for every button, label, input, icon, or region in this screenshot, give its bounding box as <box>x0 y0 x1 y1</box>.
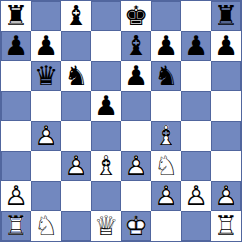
piece-black-pawn: ♟ <box>1 31 31 61</box>
square-h3[interactable] <box>211 151 241 181</box>
square-a7[interactable]: ♟ <box>1 31 31 61</box>
black-pawn-icon: ♟ <box>34 31 58 61</box>
square-h5[interactable] <box>211 91 241 121</box>
black-pawn-icon: ♟ <box>124 61 148 91</box>
square-g7[interactable]: ♟ <box>181 31 211 61</box>
white-bishop-icon: ♗ <box>154 121 178 151</box>
square-d7[interactable] <box>91 31 121 61</box>
piece-black-knight: ♞ <box>61 61 91 91</box>
square-b7[interactable]: ♟ <box>31 31 61 61</box>
piece-white-pawn: ♟♙ <box>151 181 181 211</box>
piece-white-pawn: ♟♙ <box>61 151 91 181</box>
piece-white-pawn: ♟♙ <box>121 151 151 181</box>
piece-black-pawn: ♟ <box>211 31 241 61</box>
square-d3[interactable]: ♝♗ <box>91 151 121 181</box>
square-f1[interactable] <box>151 211 181 241</box>
black-rook-icon: ♜ <box>4 1 28 31</box>
piece-black-pawn: ♟ <box>121 61 151 91</box>
square-a6[interactable] <box>1 61 31 91</box>
square-g4[interactable] <box>181 121 211 151</box>
white-pawn-icon: ♙ <box>184 181 208 211</box>
black-bishop-icon: ♝ <box>64 1 88 31</box>
square-c6[interactable]: ♞ <box>61 61 91 91</box>
black-pawn-icon: ♟ <box>94 91 118 121</box>
square-c8[interactable]: ♝ <box>61 1 91 31</box>
piece-white-rook: ♜♖ <box>1 211 31 241</box>
piece-black-bishop: ♝ <box>61 1 91 31</box>
square-f8[interactable] <box>151 1 181 31</box>
square-a4[interactable] <box>1 121 31 151</box>
piece-black-king: ♚ <box>121 1 151 31</box>
square-h4[interactable] <box>211 121 241 151</box>
square-f7[interactable]: ♟ <box>151 31 181 61</box>
black-pawn-icon: ♟ <box>4 31 28 61</box>
square-b1[interactable]: ♞♘ <box>31 211 61 241</box>
white-pawn-icon: ♙ <box>124 151 148 181</box>
piece-white-knight: ♞♘ <box>31 211 61 241</box>
square-a5[interactable] <box>1 91 31 121</box>
square-b4[interactable]: ♟♙ <box>31 121 61 151</box>
square-a8[interactable]: ♜ <box>1 1 31 31</box>
black-pawn-icon: ♟ <box>154 31 178 61</box>
square-g8[interactable] <box>181 1 211 31</box>
square-e4[interactable] <box>121 121 151 151</box>
square-c2[interactable] <box>61 181 91 211</box>
square-d4[interactable] <box>91 121 121 151</box>
square-d2[interactable] <box>91 181 121 211</box>
piece-white-rook: ♜♖ <box>211 211 241 241</box>
square-c4[interactable] <box>61 121 91 151</box>
square-e7[interactable]: ♝ <box>121 31 151 61</box>
chess-diagram: ♜♝♚♜♟♟♝♟♟♟♛♞♟♞♟♟♙♝♗♟♙♝♗♟♙♞♘♟♙♟♙♟♙♟♙♜♖♞♘♛… <box>0 0 242 242</box>
white-bishop-icon: ♗ <box>94 151 118 181</box>
square-h7[interactable]: ♟ <box>211 31 241 61</box>
piece-black-rook: ♜ <box>1 1 31 31</box>
piece-black-pawn: ♟ <box>181 31 211 61</box>
square-e6[interactable]: ♟ <box>121 61 151 91</box>
square-d1[interactable]: ♛♕ <box>91 211 121 241</box>
square-f4[interactable]: ♝♗ <box>151 121 181 151</box>
square-h8[interactable]: ♜ <box>211 1 241 31</box>
square-d6[interactable] <box>91 61 121 91</box>
black-knight-icon: ♞ <box>154 61 178 91</box>
square-e8[interactable]: ♚ <box>121 1 151 31</box>
square-e3[interactable]: ♟♙ <box>121 151 151 181</box>
square-b5[interactable] <box>31 91 61 121</box>
piece-white-knight: ♞♘ <box>151 151 181 181</box>
piece-black-knight: ♞ <box>151 61 181 91</box>
black-bishop-icon: ♝ <box>124 31 148 61</box>
square-f3[interactable]: ♞♘ <box>151 151 181 181</box>
piece-white-pawn: ♟♙ <box>31 121 61 151</box>
black-king-icon: ♚ <box>124 1 148 31</box>
square-g5[interactable] <box>181 91 211 121</box>
chess-board: ♜♝♚♜♟♟♝♟♟♟♛♞♟♞♟♟♙♝♗♟♙♝♗♟♙♞♘♟♙♟♙♟♙♟♙♜♖♞♘♛… <box>0 0 242 242</box>
square-h6[interactable] <box>211 61 241 91</box>
square-h2[interactable]: ♟♙ <box>211 181 241 211</box>
white-pawn-icon: ♙ <box>154 181 178 211</box>
black-knight-icon: ♞ <box>64 61 88 91</box>
square-f5[interactable] <box>151 91 181 121</box>
square-g2[interactable]: ♟♙ <box>181 181 211 211</box>
piece-white-queen: ♛♕ <box>91 211 121 241</box>
square-e1[interactable]: ♚♔ <box>121 211 151 241</box>
piece-white-pawn: ♟♙ <box>181 181 211 211</box>
piece-white-bishop: ♝♗ <box>91 151 121 181</box>
white-pawn-icon: ♙ <box>64 151 88 181</box>
square-f6[interactable]: ♞ <box>151 61 181 91</box>
piece-white-pawn: ♟♙ <box>1 181 31 211</box>
square-e5[interactable] <box>121 91 151 121</box>
piece-black-queen: ♛ <box>31 61 61 91</box>
black-pawn-icon: ♟ <box>214 31 238 61</box>
white-rook-icon: ♖ <box>214 211 238 241</box>
square-b8[interactable] <box>31 1 61 31</box>
square-g3[interactable] <box>181 151 211 181</box>
white-pawn-icon: ♙ <box>4 181 28 211</box>
square-c5[interactable] <box>61 91 91 121</box>
piece-white-pawn: ♟♙ <box>211 181 241 211</box>
white-pawn-icon: ♙ <box>214 181 238 211</box>
piece-white-bishop: ♝♗ <box>151 121 181 151</box>
piece-black-pawn: ♟ <box>91 91 121 121</box>
white-knight-icon: ♘ <box>154 151 178 181</box>
square-e2[interactable] <box>121 181 151 211</box>
square-c1[interactable] <box>61 211 91 241</box>
square-a2[interactable]: ♟♙ <box>1 181 31 211</box>
piece-black-rook: ♜ <box>211 1 241 31</box>
black-pawn-icon: ♟ <box>184 31 208 61</box>
piece-white-king: ♚♔ <box>121 211 151 241</box>
square-a1[interactable]: ♜♖ <box>1 211 31 241</box>
white-knight-icon: ♘ <box>34 211 58 241</box>
white-king-icon: ♔ <box>124 211 148 241</box>
square-b3[interactable] <box>31 151 61 181</box>
square-a3[interactable] <box>1 151 31 181</box>
square-g1[interactable] <box>181 211 211 241</box>
piece-black-pawn: ♟ <box>31 31 61 61</box>
black-rook-icon: ♜ <box>214 1 238 31</box>
square-d5[interactable]: ♟ <box>91 91 121 121</box>
square-d8[interactable] <box>91 1 121 31</box>
white-rook-icon: ♖ <box>4 211 28 241</box>
square-c3[interactable]: ♟♙ <box>61 151 91 181</box>
piece-black-pawn: ♟ <box>151 31 181 61</box>
black-queen-icon: ♛ <box>34 61 58 91</box>
square-f2[interactable]: ♟♙ <box>151 181 181 211</box>
square-c7[interactable] <box>61 31 91 61</box>
square-g6[interactable] <box>181 61 211 91</box>
white-queen-icon: ♕ <box>94 211 118 241</box>
white-pawn-icon: ♙ <box>34 121 58 151</box>
square-b6[interactable]: ♛ <box>31 61 61 91</box>
square-h1[interactable]: ♜♖ <box>211 211 241 241</box>
piece-black-bishop: ♝ <box>121 31 151 61</box>
square-b2[interactable] <box>31 181 61 211</box>
